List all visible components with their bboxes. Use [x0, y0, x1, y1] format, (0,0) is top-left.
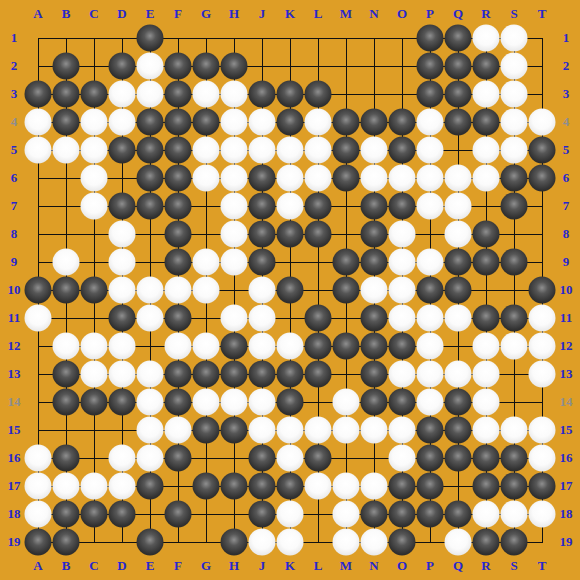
black-stone[interactable]: [165, 305, 192, 332]
black-stone[interactable]: [529, 137, 556, 164]
white-stone[interactable]: [529, 305, 556, 332]
black-stone[interactable]: [277, 277, 304, 304]
black-stone[interactable]: [333, 333, 360, 360]
white-stone[interactable]: [501, 137, 528, 164]
white-stone[interactable]: [277, 165, 304, 192]
black-stone[interactable]: [305, 81, 332, 108]
white-stone[interactable]: [389, 361, 416, 388]
white-stone[interactable]: [193, 277, 220, 304]
white-stone[interactable]: [109, 361, 136, 388]
black-stone[interactable]: [165, 445, 192, 472]
black-stone[interactable]: [361, 333, 388, 360]
black-stone[interactable]: [81, 277, 108, 304]
white-stone[interactable]: [81, 473, 108, 500]
white-stone[interactable]: [249, 277, 276, 304]
black-stone[interactable]: [25, 81, 52, 108]
white-stone[interactable]: [137, 417, 164, 444]
white-stone[interactable]: [445, 361, 472, 388]
white-stone[interactable]: [501, 81, 528, 108]
white-stone[interactable]: [81, 361, 108, 388]
black-stone[interactable]: [333, 137, 360, 164]
black-stone[interactable]: [249, 361, 276, 388]
white-stone[interactable]: [249, 417, 276, 444]
column-label: F: [174, 558, 182, 574]
row-label: 8: [563, 226, 570, 242]
black-stone[interactable]: [137, 109, 164, 136]
white-stone[interactable]: [305, 417, 332, 444]
row-label: 3: [11, 86, 18, 102]
white-stone[interactable]: [249, 305, 276, 332]
black-stone[interactable]: [137, 165, 164, 192]
black-stone[interactable]: [361, 221, 388, 248]
white-stone[interactable]: [25, 501, 52, 528]
row-label: 1: [563, 30, 570, 46]
black-stone[interactable]: [109, 193, 136, 220]
white-stone[interactable]: [277, 417, 304, 444]
white-stone[interactable]: [417, 305, 444, 332]
black-stone[interactable]: [445, 445, 472, 472]
black-stone[interactable]: [389, 473, 416, 500]
black-stone[interactable]: [529, 473, 556, 500]
black-stone[interactable]: [53, 529, 80, 556]
black-stone[interactable]: [501, 305, 528, 332]
black-stone[interactable]: [473, 473, 500, 500]
white-stone[interactable]: [53, 137, 80, 164]
black-stone[interactable]: [361, 109, 388, 136]
white-stone[interactable]: [137, 305, 164, 332]
black-stone[interactable]: [417, 25, 444, 52]
black-stone[interactable]: [137, 137, 164, 164]
black-stone[interactable]: [445, 501, 472, 528]
black-stone[interactable]: [165, 193, 192, 220]
white-stone[interactable]: [109, 249, 136, 276]
black-stone[interactable]: [25, 277, 52, 304]
white-stone[interactable]: [137, 389, 164, 416]
white-stone[interactable]: [53, 333, 80, 360]
black-stone[interactable]: [109, 137, 136, 164]
row-label: 15: [8, 422, 21, 438]
black-stone[interactable]: [333, 249, 360, 276]
column-label: G: [201, 6, 211, 22]
white-stone[interactable]: [333, 501, 360, 528]
white-stone[interactable]: [221, 221, 248, 248]
white-stone[interactable]: [277, 193, 304, 220]
white-stone[interactable]: [333, 473, 360, 500]
white-stone[interactable]: [193, 81, 220, 108]
white-stone[interactable]: [333, 417, 360, 444]
white-stone[interactable]: [137, 277, 164, 304]
black-stone[interactable]: [249, 445, 276, 472]
white-stone[interactable]: [305, 109, 332, 136]
black-stone[interactable]: [165, 109, 192, 136]
white-stone[interactable]: [501, 501, 528, 528]
white-stone[interactable]: [445, 165, 472, 192]
white-stone[interactable]: [221, 81, 248, 108]
black-stone[interactable]: [249, 249, 276, 276]
black-stone[interactable]: [109, 389, 136, 416]
black-stone[interactable]: [137, 473, 164, 500]
white-stone[interactable]: [361, 473, 388, 500]
black-stone[interactable]: [165, 249, 192, 276]
white-stone[interactable]: [389, 445, 416, 472]
white-stone[interactable]: [417, 333, 444, 360]
black-stone[interactable]: [473, 221, 500, 248]
black-stone[interactable]: [417, 277, 444, 304]
column-label: Q: [453, 6, 463, 22]
white-stone[interactable]: [473, 137, 500, 164]
black-stone[interactable]: [249, 473, 276, 500]
black-stone[interactable]: [165, 389, 192, 416]
white-stone[interactable]: [53, 473, 80, 500]
black-stone[interactable]: [221, 473, 248, 500]
black-stone[interactable]: [221, 53, 248, 80]
black-stone[interactable]: [305, 445, 332, 472]
black-stone[interactable]: [165, 81, 192, 108]
white-stone[interactable]: [109, 277, 136, 304]
black-stone[interactable]: [221, 361, 248, 388]
black-stone[interactable]: [473, 249, 500, 276]
white-stone[interactable]: [277, 137, 304, 164]
white-stone[interactable]: [501, 417, 528, 444]
white-stone[interactable]: [221, 389, 248, 416]
black-stone[interactable]: [445, 417, 472, 444]
black-stone[interactable]: [277, 221, 304, 248]
go-board[interactable]: ABCDEFGHJKLMNOPQRST ABCDEFGHJKLMNOPQRST …: [0, 0, 580, 580]
column-label: R: [481, 558, 490, 574]
black-stone[interactable]: [389, 137, 416, 164]
black-stone[interactable]: [501, 445, 528, 472]
white-stone[interactable]: [389, 221, 416, 248]
black-stone[interactable]: [277, 109, 304, 136]
white-stone[interactable]: [473, 501, 500, 528]
white-stone[interactable]: [109, 445, 136, 472]
black-stone[interactable]: [137, 25, 164, 52]
black-stone[interactable]: [53, 445, 80, 472]
row-label: 11: [8, 310, 20, 326]
white-stone[interactable]: [221, 109, 248, 136]
white-stone[interactable]: [501, 333, 528, 360]
black-stone[interactable]: [417, 473, 444, 500]
white-stone[interactable]: [361, 417, 388, 444]
black-stone[interactable]: [53, 361, 80, 388]
white-stone[interactable]: [81, 333, 108, 360]
white-stone[interactable]: [277, 501, 304, 528]
white-stone[interactable]: [473, 25, 500, 52]
white-stone[interactable]: [109, 333, 136, 360]
black-stone[interactable]: [445, 249, 472, 276]
black-stone[interactable]: [221, 529, 248, 556]
black-stone[interactable]: [193, 53, 220, 80]
black-stone[interactable]: [221, 417, 248, 444]
column-label: E: [146, 558, 155, 574]
row-label: 11: [560, 310, 572, 326]
white-stone[interactable]: [501, 109, 528, 136]
black-stone[interactable]: [249, 81, 276, 108]
black-stone[interactable]: [473, 109, 500, 136]
black-stone[interactable]: [165, 165, 192, 192]
white-stone[interactable]: [109, 81, 136, 108]
black-stone[interactable]: [473, 445, 500, 472]
white-stone[interactable]: [81, 109, 108, 136]
black-stone[interactable]: [417, 501, 444, 528]
black-stone[interactable]: [193, 109, 220, 136]
white-stone[interactable]: [417, 193, 444, 220]
black-stone[interactable]: [81, 501, 108, 528]
white-stone[interactable]: [529, 417, 556, 444]
row-label: 12: [560, 338, 573, 354]
white-stone[interactable]: [361, 529, 388, 556]
white-stone[interactable]: [529, 109, 556, 136]
black-stone[interactable]: [417, 445, 444, 472]
black-stone[interactable]: [81, 389, 108, 416]
column-label: M: [340, 558, 352, 574]
black-stone[interactable]: [333, 165, 360, 192]
white-stone[interactable]: [361, 277, 388, 304]
white-stone[interactable]: [305, 165, 332, 192]
black-stone[interactable]: [305, 305, 332, 332]
white-stone[interactable]: [137, 361, 164, 388]
white-stone[interactable]: [249, 333, 276, 360]
black-stone[interactable]: [417, 53, 444, 80]
white-stone[interactable]: [193, 333, 220, 360]
white-stone[interactable]: [193, 165, 220, 192]
white-stone[interactable]: [333, 389, 360, 416]
black-stone[interactable]: [137, 529, 164, 556]
black-stone[interactable]: [165, 361, 192, 388]
white-stone[interactable]: [529, 501, 556, 528]
row-label: 6: [11, 170, 18, 186]
black-stone[interactable]: [305, 221, 332, 248]
black-stone[interactable]: [389, 333, 416, 360]
white-stone[interactable]: [249, 529, 276, 556]
white-stone[interactable]: [473, 165, 500, 192]
black-stone[interactable]: [445, 109, 472, 136]
black-stone[interactable]: [165, 221, 192, 248]
black-stone[interactable]: [361, 249, 388, 276]
black-stone[interactable]: [361, 305, 388, 332]
black-stone[interactable]: [389, 501, 416, 528]
white-stone[interactable]: [501, 25, 528, 52]
white-stone[interactable]: [25, 445, 52, 472]
black-stone[interactable]: [473, 529, 500, 556]
column-label: P: [426, 6, 434, 22]
white-stone[interactable]: [249, 137, 276, 164]
white-stone[interactable]: [193, 249, 220, 276]
black-stone[interactable]: [445, 277, 472, 304]
black-stone[interactable]: [501, 529, 528, 556]
black-stone[interactable]: [389, 529, 416, 556]
black-stone[interactable]: [81, 81, 108, 108]
white-stone[interactable]: [305, 137, 332, 164]
white-stone[interactable]: [53, 249, 80, 276]
white-stone[interactable]: [137, 81, 164, 108]
black-stone[interactable]: [361, 389, 388, 416]
black-stone[interactable]: [221, 333, 248, 360]
white-stone[interactable]: [165, 417, 192, 444]
black-stone[interactable]: [25, 529, 52, 556]
row-label: 14: [8, 394, 21, 410]
white-stone[interactable]: [417, 361, 444, 388]
black-stone[interactable]: [53, 277, 80, 304]
white-stone[interactable]: [361, 137, 388, 164]
black-stone[interactable]: [473, 53, 500, 80]
row-label: 16: [560, 450, 573, 466]
white-stone[interactable]: [109, 473, 136, 500]
white-stone[interactable]: [501, 53, 528, 80]
white-stone[interactable]: [305, 473, 332, 500]
row-label: 17: [560, 478, 573, 494]
white-stone[interactable]: [137, 53, 164, 80]
black-stone[interactable]: [305, 193, 332, 220]
white-stone[interactable]: [193, 389, 220, 416]
white-stone[interactable]: [389, 417, 416, 444]
black-stone[interactable]: [333, 277, 360, 304]
black-stone[interactable]: [473, 305, 500, 332]
white-stone[interactable]: [529, 445, 556, 472]
white-stone[interactable]: [25, 109, 52, 136]
black-stone[interactable]: [53, 81, 80, 108]
white-stone[interactable]: [249, 109, 276, 136]
white-stone[interactable]: [81, 137, 108, 164]
column-label: D: [117, 558, 126, 574]
black-stone[interactable]: [445, 389, 472, 416]
black-stone[interactable]: [165, 137, 192, 164]
row-label: 19: [560, 534, 573, 550]
black-stone[interactable]: [277, 81, 304, 108]
white-stone[interactable]: [417, 165, 444, 192]
white-stone[interactable]: [221, 249, 248, 276]
black-stone[interactable]: [277, 361, 304, 388]
black-stone[interactable]: [305, 361, 332, 388]
white-stone[interactable]: [473, 81, 500, 108]
white-stone[interactable]: [221, 137, 248, 164]
white-stone[interactable]: [137, 445, 164, 472]
white-stone[interactable]: [249, 389, 276, 416]
black-stone[interactable]: [53, 109, 80, 136]
white-stone[interactable]: [361, 165, 388, 192]
black-stone[interactable]: [501, 165, 528, 192]
black-stone[interactable]: [53, 389, 80, 416]
black-stone[interactable]: [389, 109, 416, 136]
column-label: F: [174, 6, 182, 22]
black-stone[interactable]: [109, 501, 136, 528]
black-stone[interactable]: [305, 333, 332, 360]
white-stone[interactable]: [389, 249, 416, 276]
white-stone[interactable]: [277, 445, 304, 472]
black-stone[interactable]: [109, 53, 136, 80]
black-stone[interactable]: [53, 53, 80, 80]
black-stone[interactable]: [53, 501, 80, 528]
white-stone[interactable]: [473, 361, 500, 388]
black-stone[interactable]: [333, 109, 360, 136]
black-stone[interactable]: [445, 81, 472, 108]
black-stone[interactable]: [389, 193, 416, 220]
black-stone[interactable]: [249, 501, 276, 528]
white-stone[interactable]: [445, 529, 472, 556]
black-stone[interactable]: [193, 361, 220, 388]
white-stone[interactable]: [417, 249, 444, 276]
black-stone[interactable]: [249, 221, 276, 248]
black-stone[interactable]: [109, 305, 136, 332]
black-stone[interactable]: [137, 193, 164, 220]
column-label: J: [259, 558, 266, 574]
black-stone[interactable]: [501, 193, 528, 220]
black-stone[interactable]: [445, 53, 472, 80]
white-stone[interactable]: [165, 277, 192, 304]
white-stone[interactable]: [389, 165, 416, 192]
white-stone[interactable]: [25, 305, 52, 332]
white-stone[interactable]: [165, 333, 192, 360]
black-stone[interactable]: [501, 473, 528, 500]
white-stone[interactable]: [389, 305, 416, 332]
white-stone[interactable]: [333, 529, 360, 556]
column-label: C: [89, 558, 98, 574]
black-stone[interactable]: [389, 389, 416, 416]
white-stone[interactable]: [25, 137, 52, 164]
black-stone[interactable]: [501, 249, 528, 276]
column-label: Q: [453, 558, 463, 574]
black-stone[interactable]: [249, 193, 276, 220]
white-stone[interactable]: [529, 333, 556, 360]
row-label: 15: [560, 422, 573, 438]
black-stone[interactable]: [193, 417, 220, 444]
black-stone[interactable]: [277, 389, 304, 416]
white-stone[interactable]: [193, 137, 220, 164]
black-stone[interactable]: [417, 417, 444, 444]
row-label: 18: [560, 506, 573, 522]
black-stone[interactable]: [417, 81, 444, 108]
black-stone[interactable]: [249, 165, 276, 192]
white-stone[interactable]: [277, 529, 304, 556]
white-stone[interactable]: [221, 193, 248, 220]
black-stone[interactable]: [361, 361, 388, 388]
row-label: 5: [11, 142, 18, 158]
black-stone[interactable]: [529, 277, 556, 304]
white-stone[interactable]: [445, 221, 472, 248]
white-stone[interactable]: [109, 221, 136, 248]
black-stone[interactable]: [445, 25, 472, 52]
white-stone[interactable]: [473, 389, 500, 416]
white-stone[interactable]: [109, 109, 136, 136]
row-label: 1: [11, 30, 18, 46]
black-stone[interactable]: [361, 501, 388, 528]
black-stone[interactable]: [165, 501, 192, 528]
white-stone[interactable]: [445, 305, 472, 332]
white-stone[interactable]: [473, 417, 500, 444]
column-label: K: [285, 558, 295, 574]
white-stone[interactable]: [81, 165, 108, 192]
black-stone[interactable]: [193, 473, 220, 500]
white-stone[interactable]: [417, 137, 444, 164]
white-stone[interactable]: [25, 473, 52, 500]
column-label: D: [117, 6, 126, 22]
white-stone[interactable]: [445, 193, 472, 220]
white-stone[interactable]: [277, 333, 304, 360]
white-stone[interactable]: [417, 109, 444, 136]
white-stone[interactable]: [221, 165, 248, 192]
black-stone[interactable]: [361, 193, 388, 220]
black-stone[interactable]: [529, 165, 556, 192]
white-stone[interactable]: [221, 305, 248, 332]
white-stone[interactable]: [529, 361, 556, 388]
column-label: B: [62, 558, 71, 574]
white-stone[interactable]: [389, 277, 416, 304]
white-stone[interactable]: [473, 333, 500, 360]
white-stone[interactable]: [417, 389, 444, 416]
white-stone[interactable]: [81, 193, 108, 220]
black-stone[interactable]: [165, 53, 192, 80]
black-stone[interactable]: [277, 473, 304, 500]
